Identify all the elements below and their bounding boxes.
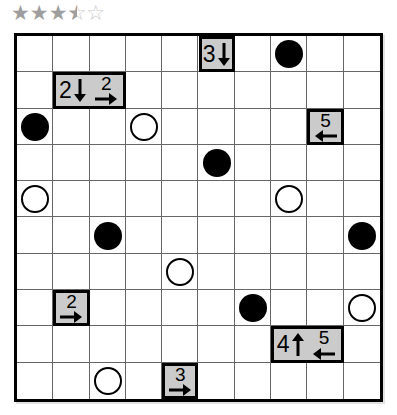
grid-cell[interactable] xyxy=(53,254,89,290)
grid-cell[interactable] xyxy=(271,290,307,326)
clue-cell: 3 xyxy=(202,39,232,69)
puzzle-board: 32252453 xyxy=(14,33,383,402)
grid-cell[interactable] xyxy=(271,109,307,145)
grid-cell[interactable] xyxy=(344,109,380,145)
difficulty-rating: ★★★★☆☆ xyxy=(11,1,105,25)
grid-cell[interactable] xyxy=(271,254,307,290)
grid-cell[interactable] xyxy=(344,254,380,290)
grid-cell[interactable] xyxy=(198,217,234,253)
clue-number: 2 xyxy=(66,293,77,310)
black-circle xyxy=(90,218,126,254)
clue-number: 5 xyxy=(320,112,331,129)
grid-cell[interactable] xyxy=(235,109,271,145)
grid-cell[interactable] xyxy=(307,363,343,399)
black-circle xyxy=(235,290,271,326)
black-circle xyxy=(344,218,380,254)
grid-cell[interactable] xyxy=(90,290,126,326)
star-icon: ★ xyxy=(30,1,49,25)
grid-cell[interactable] xyxy=(307,145,343,181)
grid-cell[interactable] xyxy=(126,181,162,217)
grid-cell[interactable] xyxy=(162,36,198,72)
grid-cell[interactable] xyxy=(17,36,53,72)
arrow-left-icon xyxy=(315,130,337,142)
grid-cell[interactable] xyxy=(162,290,198,326)
star-icon: ★ xyxy=(11,1,30,25)
grid-cell[interactable] xyxy=(198,363,234,399)
white-circle-glyph xyxy=(94,367,122,395)
clue-cell: 3 xyxy=(165,366,195,396)
clue-cell: 4 xyxy=(274,329,307,359)
grid-cell[interactable] xyxy=(235,254,271,290)
white-circle-glyph xyxy=(275,185,303,213)
grid-cell[interactable] xyxy=(271,72,307,108)
black-circle-glyph xyxy=(21,113,49,141)
grid-cell[interactable] xyxy=(307,217,343,253)
white-circle xyxy=(271,181,307,217)
grid-cell[interactable] xyxy=(53,326,89,362)
white-circle xyxy=(17,181,53,217)
grid-cell[interactable] xyxy=(90,36,126,72)
grid-cell[interactable] xyxy=(162,72,198,108)
page: ★★★★☆☆ 32252453 xyxy=(0,0,397,415)
grid-cell[interactable] xyxy=(162,181,198,217)
arrow-down-icon xyxy=(74,79,87,102)
white-circle-glyph xyxy=(130,113,158,141)
grid-cell[interactable] xyxy=(126,254,162,290)
grid-cell[interactable] xyxy=(126,217,162,253)
grid-cell[interactable] xyxy=(126,290,162,326)
grid-cell[interactable] xyxy=(271,217,307,253)
grid-cell[interactable] xyxy=(17,217,53,253)
black-circle-glyph xyxy=(275,40,303,68)
white-circle xyxy=(126,109,162,145)
clue-box: 3 xyxy=(162,363,198,399)
grid-cell[interactable] xyxy=(307,254,343,290)
arrow-left-icon xyxy=(313,347,335,359)
arrow-right-icon xyxy=(60,311,82,323)
black-circle-glyph xyxy=(203,149,231,177)
arrow-right-icon xyxy=(95,93,117,105)
clue-box: 5 xyxy=(307,109,343,145)
clue-cell: 5 xyxy=(310,112,340,142)
clue-number: 3 xyxy=(175,366,186,383)
grid-cell[interactable] xyxy=(162,109,198,145)
grid-cell[interactable] xyxy=(344,326,380,362)
grid-cell[interactable] xyxy=(162,145,198,181)
grid-cell[interactable] xyxy=(235,217,271,253)
grid-cell[interactable] xyxy=(126,326,162,362)
clue-number: 2 xyxy=(59,79,72,102)
grid-cell[interactable] xyxy=(271,145,307,181)
grid-cell[interactable] xyxy=(344,181,380,217)
clue-box: 22 xyxy=(53,72,126,108)
clue-cell: 5 xyxy=(307,329,340,359)
grid-cell[interactable] xyxy=(126,145,162,181)
grid-cell[interactable] xyxy=(344,36,380,72)
grid-cell[interactable] xyxy=(53,181,89,217)
grid-cell[interactable] xyxy=(307,181,343,217)
clue-number: 4 xyxy=(277,333,290,356)
clue-box: 45 xyxy=(271,326,344,362)
grid-cell[interactable] xyxy=(344,363,380,399)
grid-cell[interactable] xyxy=(53,36,89,72)
arrow-down-icon xyxy=(218,43,231,66)
grid-cell[interactable] xyxy=(126,363,162,399)
grid-cell[interactable] xyxy=(162,217,198,253)
black-circle xyxy=(271,36,307,72)
grid-cell[interactable] xyxy=(53,145,89,181)
grid-cell[interactable] xyxy=(235,36,271,72)
grid-cell[interactable] xyxy=(198,254,234,290)
grid-cell[interactable] xyxy=(307,36,343,72)
grid-cell[interactable] xyxy=(344,145,380,181)
grid-cell[interactable] xyxy=(126,36,162,72)
grid-cell[interactable] xyxy=(235,326,271,362)
clue-box: 3 xyxy=(199,36,235,72)
arrow-up-icon xyxy=(292,333,305,356)
grid-cell[interactable] xyxy=(17,363,53,399)
grid-cell[interactable] xyxy=(53,217,89,253)
clue-cell: 2 xyxy=(56,75,89,105)
grid-cell[interactable] xyxy=(17,145,53,181)
white-circle-glyph xyxy=(21,185,49,213)
star-icon: ★ xyxy=(49,1,68,25)
clue-number: 3 xyxy=(203,43,216,66)
grid-cell[interactable] xyxy=(126,72,162,108)
clue-number: 5 xyxy=(319,329,330,346)
black-circle xyxy=(17,109,53,145)
white-circle-glyph xyxy=(166,258,194,286)
clue-cell: 2 xyxy=(56,293,86,323)
grid-cell[interactable] xyxy=(307,72,343,108)
grid-cell[interactable] xyxy=(90,181,126,217)
grid-cell[interactable] xyxy=(235,363,271,399)
white-circle xyxy=(162,254,198,290)
clue-cell: 2 xyxy=(90,75,123,105)
clue-number: 2 xyxy=(101,75,112,92)
grid-cell[interactable] xyxy=(90,145,126,181)
white-circle-glyph xyxy=(348,294,376,322)
grid-cell[interactable] xyxy=(17,326,53,362)
black-circle-glyph xyxy=(239,294,267,322)
arrow-right-icon xyxy=(169,384,191,396)
star-icon: ★☆ xyxy=(67,1,86,25)
grid-cell[interactable] xyxy=(162,326,198,362)
grid-cell[interactable] xyxy=(90,109,126,145)
grid-cell[interactable] xyxy=(235,181,271,217)
grid-cell[interactable] xyxy=(198,181,234,217)
white-circle xyxy=(90,363,126,399)
grid-cell[interactable] xyxy=(53,109,89,145)
grid-cell[interactable] xyxy=(17,72,53,108)
puzzle-board-inner: 32252453 xyxy=(17,36,380,399)
black-circle-glyph xyxy=(94,222,122,250)
black-circle-glyph xyxy=(348,222,376,250)
grid-cell[interactable] xyxy=(271,363,307,399)
grid-cell[interactable] xyxy=(235,145,271,181)
black-circle xyxy=(199,145,235,181)
grid-cell[interactable] xyxy=(17,254,53,290)
star-icon: ☆ xyxy=(86,1,105,25)
grid-cell[interactable] xyxy=(235,72,271,108)
white-circle xyxy=(344,290,380,326)
clue-box: 2 xyxy=(53,290,89,326)
grid-cell[interactable] xyxy=(198,109,234,145)
grid-cell[interactable] xyxy=(17,290,53,326)
grid-cell[interactable] xyxy=(198,326,234,362)
grid-cell[interactable] xyxy=(198,290,234,326)
grid-cell[interactable] xyxy=(344,72,380,108)
grid-cell[interactable] xyxy=(90,326,126,362)
grid-cell[interactable] xyxy=(198,72,234,108)
grid-cell[interactable] xyxy=(307,290,343,326)
grid-cell[interactable] xyxy=(53,363,89,399)
grid-cell[interactable] xyxy=(90,254,126,290)
